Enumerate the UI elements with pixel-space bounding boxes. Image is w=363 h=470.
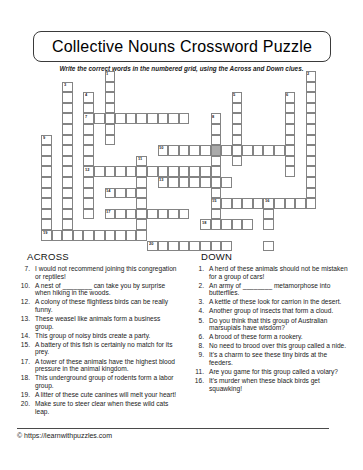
blocked-cell <box>115 124 126 135</box>
clue-number: 7. <box>10 265 35 280</box>
grid-cell[interactable] <box>136 188 147 199</box>
grid-cell[interactable] <box>211 156 222 167</box>
grid-cell[interactable] <box>253 145 264 156</box>
blocked-cell <box>221 156 232 167</box>
blocked-cell <box>94 82 105 93</box>
grid-cell[interactable] <box>168 113 179 124</box>
grid-cell[interactable] <box>263 219 274 230</box>
blocked-cell <box>115 145 126 156</box>
blocked-cell <box>73 82 84 93</box>
blocked-cell <box>179 230 190 241</box>
grid-cell[interactable] <box>62 166 73 177</box>
blocked-cell <box>115 82 126 93</box>
blocked-cell <box>168 135 179 146</box>
grid-cell[interactable] <box>136 113 147 124</box>
blocked-cell <box>83 71 94 82</box>
grid-cell[interactable] <box>115 230 126 241</box>
grid-cell[interactable]: 3 <box>62 82 73 93</box>
grid-cell[interactable] <box>200 166 211 177</box>
grid-cell[interactable] <box>211 219 222 230</box>
blocked-cell <box>221 92 232 103</box>
grid-cell[interactable] <box>285 113 296 124</box>
grid-cell[interactable] <box>211 124 222 135</box>
grid-cell[interactable] <box>126 230 137 241</box>
grid-cell[interactable] <box>158 113 169 124</box>
blocked-cell <box>126 92 137 103</box>
grid-cell[interactable] <box>306 124 317 135</box>
grid-cell[interactable] <box>136 166 147 177</box>
grid-cell[interactable] <box>41 198 52 209</box>
blocked-cell <box>83 219 94 230</box>
grid-cell[interactable] <box>105 113 116 124</box>
grid-cell[interactable] <box>126 166 137 177</box>
grid-cell[interactable] <box>221 177 232 188</box>
blocked-cell <box>274 230 285 241</box>
grid-cell[interactable] <box>83 188 94 199</box>
grid-cell[interactable]: 16 <box>263 198 274 209</box>
grid-cell[interactable] <box>306 92 317 103</box>
grid-cell[interactable] <box>147 166 158 177</box>
blocked-cell <box>295 166 306 177</box>
blocked-cell <box>147 198 158 209</box>
grid-cell[interactable] <box>189 241 200 252</box>
blocked-cell <box>73 177 84 188</box>
across-clue: 17.A tower of these animals have the hig… <box>10 358 186 373</box>
clue-number: 12. <box>10 298 35 313</box>
blocked-cell <box>200 209 211 220</box>
blocked-cell <box>232 166 243 177</box>
blocked-cell <box>94 219 105 230</box>
grid-cell[interactable] <box>285 124 296 135</box>
grid-cell[interactable] <box>179 241 190 252</box>
blocked-cell <box>52 177 63 188</box>
blocked-cell <box>115 198 126 209</box>
grid-cell[interactable] <box>263 241 274 252</box>
grid-cell[interactable] <box>115 113 126 124</box>
grid-cell[interactable] <box>105 92 116 103</box>
grid-cell[interactable] <box>232 113 243 124</box>
blocked-cell <box>295 135 306 146</box>
grid-cell[interactable] <box>306 166 317 177</box>
grid-cell[interactable] <box>189 166 200 177</box>
blocked-cell <box>242 188 253 199</box>
blocked-cell <box>168 124 179 135</box>
blocked-cell <box>73 124 84 135</box>
grid-cell[interactable] <box>83 135 94 146</box>
blocked-cell <box>274 219 285 230</box>
blocked-cell <box>147 230 158 241</box>
grid-cell[interactable] <box>221 198 232 209</box>
blocked-cell <box>232 82 243 93</box>
grid-cell[interactable] <box>126 209 137 220</box>
blocked-cell <box>189 92 200 103</box>
blocked-cell <box>263 92 274 103</box>
grid-cell[interactable]: 2 <box>306 71 317 82</box>
blocked-cell <box>232 71 243 82</box>
grid-cell[interactable] <box>136 177 147 188</box>
grid-cell[interactable] <box>94 166 105 177</box>
blocked-cell <box>189 198 200 209</box>
blocked-cell <box>52 166 63 177</box>
blocked-cell <box>211 230 222 241</box>
blocked-cell <box>105 219 116 230</box>
blocked-cell <box>147 145 158 156</box>
grid-cell[interactable]: 14 <box>105 188 116 199</box>
grid-cell[interactable] <box>274 198 285 209</box>
grid-cell[interactable] <box>105 230 116 241</box>
grid-cell[interactable] <box>221 145 232 156</box>
down-section: DOWN 1.A herd of these animals should no… <box>184 251 360 394</box>
grid-cell[interactable] <box>136 198 147 209</box>
blocked-cell <box>52 209 63 220</box>
clue-number: 20. <box>10 400 35 415</box>
blocked-cell <box>52 219 63 230</box>
grid-cell[interactable] <box>62 177 73 188</box>
blocked-cell <box>136 135 147 146</box>
grid-cell[interactable] <box>41 145 52 156</box>
blocked-cell <box>221 124 232 135</box>
clue-text: This underground group of rodents form a… <box>35 374 186 389</box>
grid-cell[interactable] <box>200 241 211 252</box>
grid-cell[interactable] <box>168 145 179 156</box>
grid-cell[interactable] <box>211 177 222 188</box>
grid-cell[interactable] <box>306 135 317 146</box>
grid-cell[interactable] <box>41 209 52 220</box>
blocked-cell <box>211 71 222 82</box>
grid-cell[interactable] <box>62 198 73 209</box>
blocked-cell <box>126 177 137 188</box>
cell-number: 8 <box>212 115 214 119</box>
blocked-cell <box>52 198 63 209</box>
cell-number: 9 <box>43 136 45 140</box>
grid-cell[interactable]: 10 <box>158 145 169 156</box>
grid-cell[interactable] <box>306 103 317 114</box>
grid-cell[interactable] <box>179 209 190 220</box>
grid-cell[interactable] <box>168 166 179 177</box>
grid-cell[interactable] <box>179 113 190 124</box>
grid-cell[interactable] <box>83 156 94 167</box>
grid-cell[interactable]: 9 <box>41 135 52 146</box>
grid-cell[interactable] <box>94 230 105 241</box>
grid-cell[interactable] <box>211 241 222 252</box>
blocked-cell <box>126 145 137 156</box>
blocked-cell <box>115 71 126 82</box>
grid-cell[interactable] <box>285 135 296 146</box>
blocked-cell <box>189 82 200 93</box>
blocked-cell <box>94 209 105 220</box>
grid-cell[interactable] <box>211 209 222 220</box>
grid-cell[interactable]: 6 <box>285 92 296 103</box>
blocked-cell <box>147 177 158 188</box>
blocked-cell <box>41 124 52 135</box>
grid-cell[interactable] <box>62 219 73 230</box>
blocked-cell <box>179 188 190 199</box>
cell-number: 19 <box>43 231 47 235</box>
blocked-cell <box>62 71 73 82</box>
blocked-cell <box>263 135 274 146</box>
grid-cell[interactable] <box>158 241 169 252</box>
grid-cell[interactable] <box>306 113 317 124</box>
blocked-cell <box>52 241 63 252</box>
blocked-cell <box>52 71 63 82</box>
grid-cell[interactable] <box>232 198 243 209</box>
grid-cell[interactable] <box>62 188 73 199</box>
grid-cell[interactable]: 15 <box>211 198 222 209</box>
grid-cell[interactable] <box>41 156 52 167</box>
grid-cell[interactable] <box>189 145 200 156</box>
grid-cell[interactable] <box>232 124 243 135</box>
blocked-cell <box>263 177 274 188</box>
grid-cell[interactable]: 8 <box>211 113 222 124</box>
clue-text: This group of noisy birds create a party… <box>35 332 186 340</box>
blocked-cell <box>285 71 296 82</box>
grid-cell[interactable] <box>62 156 73 167</box>
across-clue: 18.This underground group of rodents for… <box>10 374 186 389</box>
blocked-cell <box>242 103 253 114</box>
cell-number: 16 <box>265 199 269 203</box>
blocked-cell <box>200 188 211 199</box>
across-clue: 13.These weasel like animals form a busi… <box>10 315 186 330</box>
grid-cell[interactable] <box>62 209 73 220</box>
grid-cell[interactable] <box>41 177 52 188</box>
grid-cell[interactable]: 11 <box>136 156 147 167</box>
grid-cell[interactable] <box>242 198 253 209</box>
grid-cell[interactable] <box>83 198 94 209</box>
grid-cell[interactable] <box>62 135 73 146</box>
clue-text: A litter of these cute canines will melt… <box>35 391 186 399</box>
grid-cell[interactable] <box>147 209 158 220</box>
grid-cell[interactable] <box>115 166 126 177</box>
grid-cell[interactable] <box>242 219 253 230</box>
grid-cell[interactable] <box>253 198 264 209</box>
clue-number: 15. <box>10 341 35 356</box>
down-clue: 16.It's murder when these black birds ge… <box>184 377 360 392</box>
grid-cell[interactable] <box>306 198 317 209</box>
grid-cell[interactable]: 17 <box>105 209 116 220</box>
grid-cell[interactable] <box>306 188 317 199</box>
shaded-grid-cell[interactable] <box>211 145 222 156</box>
grid-cell[interactable] <box>285 166 296 177</box>
blocked-cell <box>295 103 306 114</box>
grid-cell[interactable] <box>285 103 296 114</box>
blocked-cell <box>126 135 137 146</box>
blocked-cell <box>242 166 253 177</box>
blocked-cell <box>253 166 264 177</box>
blocked-cell <box>274 156 285 167</box>
blocked-cell <box>232 188 243 199</box>
blocked-cell <box>306 219 317 230</box>
grid-cell[interactable] <box>211 188 222 199</box>
grid-cell[interactable] <box>105 82 116 93</box>
blocked-cell <box>242 156 253 167</box>
grid-cell[interactable] <box>105 124 116 135</box>
grid-cell[interactable] <box>41 219 52 230</box>
grid-cell[interactable] <box>285 145 296 156</box>
grid-cell[interactable] <box>306 145 317 156</box>
blocked-cell <box>221 188 232 199</box>
across-clue: 20.Make sure to steer clear when these w… <box>10 400 186 415</box>
grid-cell[interactable] <box>285 156 296 167</box>
blocked-cell <box>285 188 296 199</box>
blocked-cell <box>52 92 63 103</box>
grid-cell[interactable] <box>189 177 200 188</box>
blocked-cell <box>158 124 169 135</box>
blocked-cell <box>200 92 211 103</box>
grid-cell[interactable] <box>115 209 126 220</box>
grid-cell[interactable] <box>62 103 73 114</box>
grid-cell[interactable] <box>285 198 296 209</box>
blocked-cell <box>73 241 84 252</box>
blocked-cell <box>263 82 274 93</box>
grid-cell[interactable] <box>41 188 52 199</box>
grid-cell[interactable] <box>232 103 243 114</box>
blocked-cell <box>41 92 52 103</box>
grid-cell[interactable] <box>126 188 137 199</box>
blocked-cell <box>158 188 169 199</box>
blocked-cell <box>200 124 211 135</box>
grid-cell[interactable] <box>211 135 222 146</box>
blocked-cell <box>73 198 84 209</box>
blocked-cell <box>253 156 264 167</box>
blocked-cell <box>263 124 274 135</box>
grid-cell[interactable] <box>168 177 179 188</box>
blocked-cell <box>242 209 253 220</box>
grid-cell[interactable]: 5 <box>232 92 243 103</box>
grid-cell[interactable] <box>83 230 94 241</box>
grid-cell[interactable] <box>306 82 317 93</box>
grid-cell[interactable] <box>179 145 190 156</box>
blocked-cell <box>285 230 296 241</box>
blocked-cell <box>94 135 105 146</box>
blocked-cell <box>126 103 137 114</box>
grid-cell[interactable]: 12 <box>83 166 94 177</box>
down-clue: 3.A kettle of these look for carrion in … <box>184 298 360 306</box>
blocked-cell <box>295 230 306 241</box>
grid-cell[interactable] <box>147 113 158 124</box>
blocked-cell <box>274 103 285 114</box>
grid-cell[interactable] <box>232 219 243 230</box>
grid-cell[interactable]: 18 <box>200 219 211 230</box>
clue-text: An army of ________ metamorphose into bu… <box>209 282 360 297</box>
clue-text: A kettle of these look for carrion in th… <box>209 298 360 306</box>
grid-cell[interactable] <box>126 113 137 124</box>
blocked-cell <box>62 241 73 252</box>
blocked-cell <box>253 177 264 188</box>
grid-cell[interactable] <box>62 124 73 135</box>
blocked-cell <box>94 177 105 188</box>
clue-number: 1. <box>184 265 209 280</box>
grid-cell[interactable] <box>200 177 211 188</box>
blocked-cell <box>83 82 94 93</box>
grid-cell[interactable] <box>232 145 243 156</box>
grid-cell[interactable] <box>62 230 73 241</box>
grid-cell[interactable]: 4 <box>83 92 94 103</box>
grid-cell[interactable]: 20 <box>147 241 158 252</box>
blocked-cell <box>179 135 190 146</box>
grid-cell[interactable] <box>83 177 94 188</box>
blocked-cell <box>253 124 264 135</box>
grid-cell[interactable] <box>105 166 116 177</box>
clue-text: These weasel like animals form a busines… <box>35 315 186 330</box>
grid-cell[interactable] <box>158 209 169 220</box>
grid-cell[interactable] <box>211 166 222 177</box>
blocked-cell <box>263 71 274 82</box>
grid-cell[interactable]: 7 <box>83 113 94 124</box>
grid-cell[interactable] <box>94 113 105 124</box>
grid-cell[interactable] <box>41 166 52 177</box>
blocked-cell <box>242 92 253 103</box>
grid-cell[interactable] <box>295 198 306 209</box>
grid-cell[interactable] <box>274 145 285 156</box>
grid-cell[interactable] <box>62 92 73 103</box>
grid-cell[interactable] <box>83 124 94 135</box>
grid-cell[interactable] <box>52 230 63 241</box>
grid-cell[interactable] <box>62 145 73 156</box>
grid-cell[interactable] <box>221 219 232 230</box>
blocked-cell <box>189 188 200 199</box>
grid-cell[interactable] <box>263 145 274 156</box>
grid-cell[interactable] <box>179 166 190 177</box>
grid-cell[interactable] <box>73 230 84 241</box>
grid-cell[interactable] <box>200 145 211 156</box>
across-clue: 10.A nest of ________ can take you by su… <box>10 282 186 297</box>
grid-cell[interactable] <box>306 156 317 167</box>
grid-cell[interactable] <box>232 156 243 167</box>
across-clue: 14.This group of noisy birds create a pa… <box>10 332 186 340</box>
blocked-cell <box>221 82 232 93</box>
grid-cell[interactable] <box>83 145 94 156</box>
grid-cell[interactable] <box>83 209 94 220</box>
grid-cell[interactable] <box>306 177 317 188</box>
grid-cell[interactable] <box>83 103 94 114</box>
grid-cell[interactable] <box>242 145 253 156</box>
blocked-cell <box>242 177 253 188</box>
blocked-cell <box>253 188 264 199</box>
clue-number: 10. <box>10 282 35 297</box>
clue-number: 16. <box>184 377 209 392</box>
grid-cell[interactable] <box>115 188 126 199</box>
puzzle-title: Collective Nouns Crossword Puzzle <box>52 38 312 56</box>
blocked-cell <box>136 82 147 93</box>
grid-cell[interactable] <box>62 113 73 124</box>
blocked-cell <box>295 177 306 188</box>
blocked-cell <box>189 113 200 124</box>
clue-number: 11. <box>184 368 209 376</box>
blocked-cell <box>105 145 116 156</box>
grid-cell[interactable] <box>232 135 243 146</box>
grid-cell[interactable] <box>263 209 274 220</box>
grid-cell[interactable] <box>105 135 116 146</box>
grid-cell[interactable] <box>158 166 169 177</box>
grid-cell[interactable]: 13 <box>158 177 169 188</box>
grid-cell[interactable] <box>221 241 232 252</box>
blocked-cell <box>295 156 306 167</box>
grid-cell[interactable] <box>136 219 147 230</box>
grid-cell[interactable]: 1 <box>105 71 116 82</box>
cell-number: 3 <box>64 83 66 87</box>
grid-cell[interactable]: 19 <box>41 230 52 241</box>
down-clue: 6.A brood of these form a rookery. <box>184 333 360 341</box>
blocked-cell <box>306 209 317 220</box>
grid-cell[interactable] <box>105 103 116 114</box>
cell-number: 1 <box>106 72 108 76</box>
grid-cell[interactable] <box>179 177 190 188</box>
grid-cell[interactable] <box>168 209 179 220</box>
grid-cell[interactable] <box>136 209 147 220</box>
grid-cell[interactable] <box>168 241 179 252</box>
grid-cell[interactable] <box>136 230 147 241</box>
copyright-link[interactable]: © https://learnwithpuzzles.com <box>17 432 112 439</box>
